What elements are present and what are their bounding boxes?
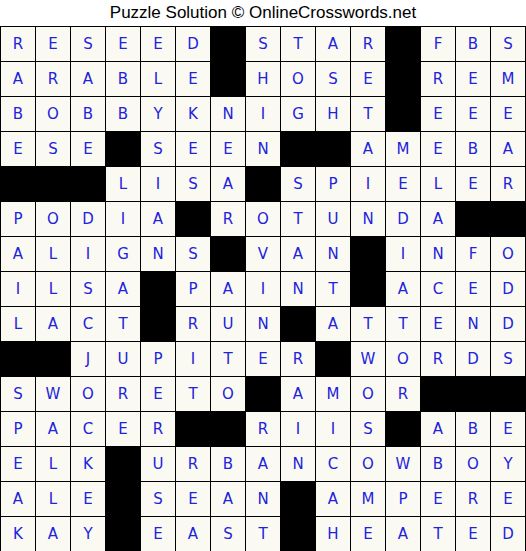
cell-letter: A (223, 282, 233, 297)
letter-cell[interactable]: I (281, 412, 316, 447)
letter-cell[interactable]: A (211, 482, 246, 517)
cell-letter: A (398, 527, 408, 542)
letter-cell[interactable]: D (456, 342, 491, 377)
letter-cell[interactable]: S (316, 62, 351, 97)
cell-letter: T (293, 212, 302, 227)
letter-cell[interactable]: E (176, 482, 211, 517)
letter-cell[interactable]: R (141, 412, 176, 447)
block-cell (106, 132, 141, 167)
letter-cell[interactable]: T (211, 342, 246, 377)
letter-cell[interactable]: O (281, 62, 316, 97)
cell-letter: A (83, 72, 93, 87)
cell-letter: A (398, 282, 408, 297)
letter-cell[interactable]: E (386, 167, 421, 202)
letter-cell[interactable]: I (246, 272, 281, 307)
letter-cell[interactable]: R (36, 62, 71, 97)
letter-cell[interactable]: A (316, 482, 351, 517)
letter-cell[interactable]: A (1, 62, 36, 97)
letter-cell[interactable]: O (71, 377, 106, 412)
cell-letter: N (222, 107, 233, 122)
letter-cell[interactable]: B (1, 97, 36, 132)
block-cell (421, 377, 456, 412)
cell-letter: J (86, 352, 90, 367)
cell-letter: V (258, 247, 268, 262)
letter-cell[interactable]: R (1, 27, 36, 62)
letter-cell[interactable]: I (71, 237, 106, 272)
cell-letter: M (502, 72, 515, 87)
letter-cell[interactable]: B (456, 412, 491, 447)
cell-letter: I (86, 247, 90, 262)
block-cell (141, 272, 176, 307)
letter-cell[interactable]: D (176, 27, 211, 62)
cell-letter: A (223, 177, 233, 192)
letter-cell[interactable]: E (106, 27, 141, 62)
letter-cell[interactable]: S (141, 132, 176, 167)
letter-cell[interactable]: M (351, 482, 386, 517)
letter-cell[interactable]: L (36, 447, 71, 482)
letter-cell[interactable]: H (246, 62, 281, 97)
letter-cell[interactable]: R (176, 447, 211, 482)
letter-cell[interactable]: S (281, 167, 316, 202)
letter-cell[interactable]: M (316, 377, 351, 412)
letter-cell[interactable]: B (456, 132, 491, 167)
block-cell (386, 97, 421, 132)
letter-cell[interactable]: T (351, 307, 386, 342)
cell-letter: M (327, 387, 340, 402)
cell-letter: A (503, 142, 513, 157)
cell-letter: A (13, 247, 23, 262)
letter-cell[interactable]: D (386, 202, 421, 237)
letter-cell[interactable]: A (176, 517, 211, 551)
cell-letter: L (434, 177, 442, 192)
letter-cell[interactable]: E (176, 132, 211, 167)
letter-cell[interactable]: B (211, 447, 246, 482)
letter-cell[interactable]: A (351, 132, 386, 167)
letter-cell[interactable]: T (421, 517, 456, 551)
puzzle-solution-page: Puzzle Solution © OnlineCrosswords.net R… (0, 0, 526, 551)
letter-cell[interactable]: E (456, 517, 491, 551)
letter-cell[interactable]: C (421, 272, 456, 307)
letter-cell[interactable]: I (351, 167, 386, 202)
letter-cell[interactable]: O (351, 447, 386, 482)
letter-cell[interactable]: V (246, 237, 281, 272)
letter-cell[interactable]: E (141, 377, 176, 412)
cell-letter: N (362, 212, 373, 227)
cell-letter: B (118, 107, 128, 122)
letter-cell[interactable]: E (421, 482, 456, 517)
letter-cell[interactable]: I (106, 202, 141, 237)
cell-letter: E (503, 492, 512, 507)
letter-cell[interactable]: S (211, 517, 246, 551)
letter-cell[interactable]: I (386, 237, 421, 272)
letter-cell[interactable]: O (491, 237, 526, 272)
cell-letter: I (401, 247, 405, 262)
letter-cell[interactable]: E (71, 482, 106, 517)
cell-letter: P (188, 282, 197, 297)
letter-cell[interactable]: T (106, 307, 141, 342)
letter-cell[interactable]: M (491, 62, 526, 97)
block-cell (281, 517, 316, 551)
letter-cell[interactable]: N (351, 202, 386, 237)
letter-cell[interactable]: I (1, 272, 36, 307)
cell-letter: H (257, 72, 268, 87)
cell-letter: N (292, 457, 303, 472)
cell-letter: P (398, 492, 407, 507)
letter-cell[interactable]: A (211, 272, 246, 307)
letter-cell[interactable]: N (421, 237, 456, 272)
letter-cell[interactable]: S (491, 27, 526, 62)
block-cell (491, 377, 526, 412)
letter-cell[interactable]: C (71, 412, 106, 447)
cell-letter: E (503, 107, 512, 122)
letter-cell[interactable]: H (316, 517, 351, 551)
cell-letter: B (223, 457, 233, 472)
cell-letter: R (503, 177, 513, 192)
letter-cell[interactable]: U (106, 342, 141, 377)
cell-letter: A (153, 212, 163, 227)
letter-cell[interactable]: O (211, 377, 246, 412)
letter-cell[interactable]: A (36, 517, 71, 551)
letter-cell[interactable]: K (176, 97, 211, 132)
letter-cell[interactable]: E (456, 97, 491, 132)
cell-letter: F (469, 247, 478, 262)
letter-cell[interactable]: N (246, 482, 281, 517)
letter-cell[interactable]: E (141, 517, 176, 551)
letter-cell[interactable]: A (316, 27, 351, 62)
cell-letter: T (363, 317, 372, 332)
letter-cell[interactable]: R (211, 202, 246, 237)
cell-letter: N (327, 247, 338, 262)
cell-letter: W (46, 387, 61, 402)
letter-cell[interactable]: R (351, 27, 386, 62)
letter-cell[interactable]: E (211, 132, 246, 167)
letter-cell[interactable]: A (281, 237, 316, 272)
cell-letter: L (49, 492, 57, 507)
letter-cell[interactable]: P (1, 202, 36, 237)
letter-cell[interactable]: E (491, 482, 526, 517)
letter-cell[interactable]: A (71, 62, 106, 97)
letter-cell[interactable]: A (106, 272, 141, 307)
cell-letter: I (121, 212, 125, 227)
cell-letter: N (257, 142, 268, 157)
cell-letter: A (258, 457, 268, 472)
letter-cell[interactable]: S (351, 412, 386, 447)
letter-cell[interactable]: A (211, 167, 246, 202)
block-cell (106, 517, 141, 551)
letter-cell[interactable]: A (141, 202, 176, 237)
cell-letter: S (153, 142, 163, 157)
letter-cell[interactable]: E (456, 167, 491, 202)
letter-cell[interactable]: S (71, 27, 106, 62)
letter-cell[interactable]: I (246, 97, 281, 132)
cell-letter: R (118, 387, 128, 402)
cell-letter: E (398, 177, 407, 192)
letter-cell[interactable]: N (316, 237, 351, 272)
cell-letter: W (361, 352, 376, 367)
letter-cell[interactable]: M (386, 132, 421, 167)
letter-cell[interactable]: L (36, 482, 71, 517)
letter-cell[interactable]: E (351, 517, 386, 551)
cell-letter: C (83, 317, 93, 332)
letter-cell[interactable]: P (1, 412, 36, 447)
block-cell (281, 132, 316, 167)
cell-letter: R (468, 492, 478, 507)
cell-letter: T (188, 387, 197, 402)
letter-cell[interactable]: R (421, 62, 456, 97)
cell-letter: L (119, 177, 127, 192)
block-cell (211, 27, 246, 62)
letter-cell[interactable]: A (36, 307, 71, 342)
block-cell (386, 62, 421, 97)
letter-cell[interactable]: R (176, 307, 211, 342)
cell-letter: S (503, 352, 513, 367)
letter-cell[interactable]: K (1, 517, 36, 551)
cell-letter: D (502, 282, 514, 297)
cell-letter: U (223, 317, 234, 332)
cell-letter: E (153, 387, 162, 402)
letter-cell[interactable]: A (421, 202, 456, 237)
letter-cell[interactable]: G (106, 237, 141, 272)
letter-cell[interactable]: E (141, 27, 176, 62)
cell-letter: R (433, 72, 443, 87)
letter-cell[interactable]: D (491, 517, 526, 551)
letter-cell[interactable]: R (386, 377, 421, 412)
block-cell (246, 167, 281, 202)
cell-letter: S (258, 37, 268, 52)
letter-cell[interactable]: S (176, 237, 211, 272)
letter-cell[interactable]: R (106, 377, 141, 412)
letter-cell[interactable]: N (456, 307, 491, 342)
letter-cell[interactable]: B (421, 447, 456, 482)
letter-cell[interactable]: O (36, 97, 71, 132)
letter-cell[interactable]: E (106, 412, 141, 447)
cell-letter: K (13, 527, 23, 542)
letter-cell[interactable]: C (71, 307, 106, 342)
cell-letter: E (363, 72, 372, 87)
cell-letter: A (293, 387, 303, 402)
letter-cell[interactable]: N (281, 447, 316, 482)
letter-cell[interactable]: A (386, 517, 421, 551)
block-cell (71, 167, 106, 202)
letter-cell[interactable]: W (386, 447, 421, 482)
letter-cell[interactable]: P (176, 272, 211, 307)
cell-letter: N (292, 282, 303, 297)
letter-cell[interactable]: E (491, 97, 526, 132)
letter-cell[interactable]: E (421, 132, 456, 167)
block-cell (386, 27, 421, 62)
letter-cell[interactable]: R (246, 412, 281, 447)
block-cell (36, 167, 71, 202)
cell-letter: A (328, 317, 338, 332)
letter-cell[interactable]: C (316, 447, 351, 482)
letter-cell[interactable]: B (71, 97, 106, 132)
letter-cell[interactable]: U (316, 202, 351, 237)
letter-cell[interactable]: T (281, 202, 316, 237)
letter-cell[interactable]: E (421, 307, 456, 342)
cell-letter: U (153, 457, 164, 472)
letter-cell[interactable]: S (71, 272, 106, 307)
cell-letter: E (468, 177, 477, 192)
letter-cell[interactable]: Y (141, 97, 176, 132)
letter-cell[interactable]: R (491, 167, 526, 202)
letter-cell[interactable]: W (351, 342, 386, 377)
cell-letter: T (258, 527, 267, 542)
cell-letter: E (13, 142, 22, 157)
letter-cell[interactable]: Y (491, 447, 526, 482)
cell-letter: N (432, 247, 443, 262)
cell-letter: T (433, 527, 442, 542)
letter-cell[interactable]: E (456, 272, 491, 307)
cell-letter: E (433, 142, 442, 157)
letter-cell[interactable]: F (456, 237, 491, 272)
block-cell (351, 272, 386, 307)
cell-letter: I (296, 422, 300, 437)
letter-cell[interactable]: L (141, 62, 176, 97)
letter-cell[interactable]: I (316, 412, 351, 447)
letter-cell[interactable]: L (36, 272, 71, 307)
letter-cell[interactable]: E (421, 97, 456, 132)
cell-letter: E (223, 142, 232, 157)
block-cell (491, 202, 526, 237)
letter-cell[interactable]: I (141, 167, 176, 202)
cell-letter: S (293, 177, 303, 192)
cell-letter: E (433, 107, 442, 122)
letter-cell[interactable]: T (176, 377, 211, 412)
letter-cell[interactable]: L (1, 307, 36, 342)
letter-cell[interactable]: O (386, 342, 421, 377)
letter-cell[interactable]: S (491, 342, 526, 377)
cell-letter: E (468, 107, 477, 122)
letter-cell[interactable]: A (386, 272, 421, 307)
letter-cell[interactable]: R (421, 342, 456, 377)
letter-cell[interactable]: B (456, 27, 491, 62)
letter-cell[interactable]: P (316, 167, 351, 202)
cell-letter: U (328, 212, 339, 227)
letter-cell[interactable]: I (176, 342, 211, 377)
cell-letter: I (16, 282, 20, 297)
cell-letter: I (261, 107, 265, 122)
letter-cell[interactable]: O (36, 202, 71, 237)
letter-cell[interactable]: T (281, 27, 316, 62)
letter-cell[interactable]: U (211, 307, 246, 342)
letter-cell[interactable]: F (421, 27, 456, 62)
cell-letter: E (503, 422, 512, 437)
letter-cell[interactable]: A (1, 237, 36, 272)
cell-letter: O (362, 387, 374, 402)
letter-cell[interactable]: A (246, 447, 281, 482)
block-cell (211, 62, 246, 97)
letter-cell[interactable]: E (351, 62, 386, 97)
letter-cell[interactable]: O (246, 202, 281, 237)
cell-letter: A (328, 492, 338, 507)
letter-cell[interactable]: S (176, 167, 211, 202)
cell-letter: D (502, 317, 514, 332)
letter-cell[interactable]: N (281, 272, 316, 307)
letter-cell[interactable]: A (281, 377, 316, 412)
cell-letter: E (118, 37, 127, 52)
block-cell (386, 412, 421, 447)
letter-cell[interactable]: G (281, 97, 316, 132)
block-cell (456, 202, 491, 237)
letter-cell[interactable]: D (71, 202, 106, 237)
letter-cell[interactable]: W (36, 377, 71, 412)
letter-cell[interactable]: L (36, 237, 71, 272)
letter-cell[interactable]: P (386, 482, 421, 517)
letter-cell[interactable]: R (456, 482, 491, 517)
letter-cell[interactable]: S (36, 132, 71, 167)
cell-letter: S (13, 387, 23, 402)
cell-letter: O (222, 387, 234, 402)
letter-cell[interactable]: T (351, 97, 386, 132)
letter-cell[interactable]: P (141, 342, 176, 377)
letter-cell[interactable]: S (1, 377, 36, 412)
letter-cell[interactable]: E (71, 132, 106, 167)
letter-cell[interactable]: B (106, 97, 141, 132)
cell-letter: R (153, 422, 163, 437)
cell-letter: P (13, 212, 22, 227)
letter-cell[interactable]: R (281, 342, 316, 377)
letter-cell[interactable]: Y (71, 517, 106, 551)
letter-cell[interactable]: O (351, 377, 386, 412)
letter-cell[interactable]: A (491, 132, 526, 167)
letter-cell[interactable]: E (176, 62, 211, 97)
letter-cell[interactable]: L (421, 167, 456, 202)
cell-letter: O (502, 247, 514, 262)
letter-cell[interactable]: O (456, 447, 491, 482)
cell-letter: B (468, 142, 478, 157)
letter-cell[interactable]: B (106, 62, 141, 97)
letter-cell[interactable]: A (36, 412, 71, 447)
letter-cell[interactable]: N (211, 97, 246, 132)
letter-cell[interactable]: E (456, 62, 491, 97)
cell-letter: C (328, 457, 338, 472)
cell-letter: S (363, 422, 373, 437)
letter-cell[interactable]: T (246, 517, 281, 551)
letter-cell[interactable]: T (316, 272, 351, 307)
letter-cell[interactable]: E (1, 132, 36, 167)
letter-cell[interactable]: A (1, 482, 36, 517)
letter-cell[interactable]: J (71, 342, 106, 377)
letter-cell[interactable]: A (316, 307, 351, 342)
letter-cell[interactable]: D (491, 272, 526, 307)
letter-cell[interactable]: D (491, 307, 526, 342)
cell-letter: G (292, 107, 304, 122)
cell-letter: D (82, 212, 94, 227)
cell-letter: B (468, 37, 478, 52)
cell-letter: A (223, 492, 233, 507)
letter-cell[interactable]: N (141, 237, 176, 272)
cell-letter: N (467, 317, 478, 332)
letter-cell[interactable]: S (246, 27, 281, 62)
letter-cell[interactable]: E (1, 447, 36, 482)
letter-cell[interactable]: T (386, 307, 421, 342)
letter-cell[interactable]: A (421, 412, 456, 447)
letter-cell[interactable]: E (246, 342, 281, 377)
letter-cell[interactable]: H (316, 97, 351, 132)
letter-cell[interactable]: N (246, 132, 281, 167)
cell-letter: L (49, 282, 57, 297)
letter-cell[interactable]: E (491, 412, 526, 447)
letter-cell[interactable]: L (106, 167, 141, 202)
letter-cell[interactable]: S (141, 482, 176, 517)
cell-letter: T (363, 107, 372, 122)
letter-cell[interactable]: E (36, 27, 71, 62)
letter-cell[interactable]: U (141, 447, 176, 482)
cell-letter: G (117, 247, 129, 262)
block-cell (281, 307, 316, 342)
letter-cell[interactable]: K (71, 447, 106, 482)
letter-cell[interactable]: N (246, 307, 281, 342)
